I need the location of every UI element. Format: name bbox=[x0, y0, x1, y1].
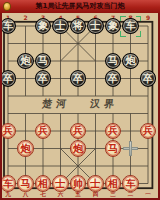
piece-black-soldier[interactable]: 卒 bbox=[70, 70, 87, 87]
window-border-left bbox=[0, 0, 2, 200]
piece-black-rook[interactable]: 车 bbox=[122, 18, 139, 35]
piece-black-soldier[interactable]: 卒 bbox=[35, 70, 52, 87]
window-border-right bbox=[158, 0, 160, 200]
piece-black-elephant[interactable]: 象 bbox=[105, 18, 122, 35]
piece-black-elephant[interactable]: 象 bbox=[35, 18, 52, 35]
piece-red-soldier[interactable]: 兵 bbox=[140, 123, 157, 140]
piece-red-cannon[interactable]: 炮 bbox=[70, 140, 87, 157]
file-label-bottom-2: 八 bbox=[21, 191, 31, 198]
file-label-bottom-1: 九 bbox=[3, 191, 13, 198]
file-label-top-9: 9 bbox=[143, 14, 153, 21]
piece-black-general[interactable]: 将 bbox=[70, 18, 87, 35]
piece-black-advisor[interactable]: 士 bbox=[87, 18, 104, 35]
window-title: 第1局让先屏风马对攻当门炮 bbox=[36, 0, 125, 13]
piece-red-rook[interactable]: 车 bbox=[122, 175, 139, 192]
piece-red-advisor[interactable]: 士 bbox=[87, 175, 104, 192]
piece-red-soldier[interactable]: 兵 bbox=[70, 123, 87, 140]
river-label-han-jie: 汉界 bbox=[89, 98, 118, 110]
piece-red-elephant[interactable]: 相 bbox=[105, 175, 122, 192]
file-label-bottom-6: 四 bbox=[91, 191, 101, 198]
file-label-bottom-4: 六 bbox=[56, 191, 66, 198]
piece-red-elephant[interactable]: 相 bbox=[35, 175, 52, 192]
piece-red-horse[interactable]: 马 bbox=[105, 140, 122, 157]
xiangqi-app-window: 第1局让先屏风马对攻当门炮 楚河 汉界 123456789九八七六五四三二一车象… bbox=[0, 0, 160, 200]
piece-black-soldier[interactable]: 卒 bbox=[0, 70, 16, 87]
piece-red-cannon[interactable]: 炮 bbox=[17, 140, 34, 157]
piece-red-soldier[interactable]: 兵 bbox=[35, 123, 52, 140]
piece-red-soldier[interactable]: 兵 bbox=[105, 123, 122, 140]
piece-black-advisor[interactable]: 士 bbox=[52, 18, 69, 35]
piece-black-horse[interactable]: 马 bbox=[35, 53, 52, 70]
piece-black-cannon[interactable]: 炮 bbox=[122, 53, 139, 70]
piece-red-general[interactable]: 帅 bbox=[70, 175, 87, 192]
piece-black-rook[interactable]: 车 bbox=[0, 18, 16, 35]
piece-black-soldier[interactable]: 卒 bbox=[105, 70, 122, 87]
file-label-bottom-5: 五 bbox=[73, 191, 83, 198]
piece-black-soldier[interactable]: 卒 bbox=[140, 70, 157, 87]
title-bar: 第1局让先屏风马对攻当门炮 bbox=[0, 0, 160, 13]
file-label-bottom-8: 二 bbox=[126, 191, 136, 198]
piece-red-rook[interactable]: 车 bbox=[0, 175, 16, 192]
piece-red-soldier[interactable]: 兵 bbox=[0, 123, 16, 140]
file-label-bottom-7: 三 bbox=[108, 191, 118, 198]
river-label-chu-he: 楚河 bbox=[41, 98, 70, 110]
piece-red-horse[interactable]: 马 bbox=[17, 175, 34, 192]
window-border-bottom bbox=[0, 198, 160, 200]
move-origin-crosshair bbox=[123, 141, 138, 156]
file-label-bottom-9: 一 bbox=[143, 191, 153, 198]
piece-black-cannon[interactable]: 炮 bbox=[17, 53, 34, 70]
file-label-bottom-3: 七 bbox=[38, 191, 48, 198]
file-label-top-2: 2 bbox=[21, 14, 31, 21]
piece-black-horse[interactable]: 马 bbox=[105, 53, 122, 70]
app-icon bbox=[3, 2, 11, 11]
piece-red-advisor[interactable]: 士 bbox=[52, 175, 69, 192]
